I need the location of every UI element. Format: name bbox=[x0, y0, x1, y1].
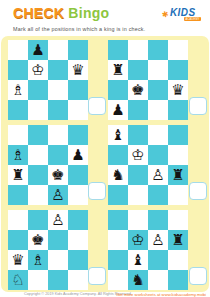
board-4-cell-r0c3 bbox=[168, 125, 188, 145]
board-1-cell-r1c1: ♔ bbox=[28, 60, 48, 80]
board-2-cell-r0c1 bbox=[128, 40, 148, 60]
board-5-cell-r1c1: ♚ bbox=[28, 230, 48, 250]
board-6-cell-r3c3 bbox=[168, 270, 188, 290]
board-6-cell-r1c2: ♙ bbox=[148, 230, 168, 250]
board-3-cell-r2c2: ♚ bbox=[48, 165, 68, 185]
board-1-cell-r3c1 bbox=[28, 100, 48, 120]
black-bishop-piece: ♝ bbox=[111, 125, 124, 145]
white-pawn-piece: ♙ bbox=[51, 185, 64, 205]
board-4-cell-r1c1: ♔ bbox=[128, 145, 148, 165]
board-1-cell-r2c3 bbox=[68, 80, 88, 100]
board-6-cell-r2c3 bbox=[168, 250, 188, 270]
board-4-cell-r2c0: ♞ bbox=[108, 165, 128, 185]
board-6-cell-r3c1: ♞ bbox=[128, 270, 148, 290]
black-queen-piece: ♛ bbox=[171, 80, 184, 100]
board-3-cell-r0c3 bbox=[68, 125, 88, 145]
white-pawn-piece: ♙ bbox=[151, 165, 164, 185]
white-pawn-piece: ♙ bbox=[151, 230, 164, 250]
black-pawn-piece: ♟ bbox=[31, 40, 44, 60]
board-6-cell-r0c2 bbox=[148, 210, 168, 230]
board-3-cell-r1c2 bbox=[48, 145, 68, 165]
answer-checkbox-board-6[interactable] bbox=[189, 267, 207, 285]
title-bingo: Bingo bbox=[68, 5, 109, 21]
black-king-piece: ♚ bbox=[131, 80, 144, 100]
board-3-cell-r1c0: ♗ bbox=[8, 145, 28, 165]
white-bishop-piece: ♗ bbox=[11, 145, 24, 165]
board-4-cell-r1c3 bbox=[168, 145, 188, 165]
black-rook-piece: ♜ bbox=[171, 230, 184, 250]
board-3-cell-r2c3 bbox=[68, 165, 88, 185]
answer-checkbox-board-3[interactable] bbox=[88, 182, 106, 200]
board-5-cell-r3c1 bbox=[28, 270, 48, 290]
board-5-cell-r2c0: ♛ bbox=[8, 250, 28, 270]
mini-board-5: ♙♚♛♗♘ bbox=[8, 210, 88, 290]
board-1-cell-r3c0 bbox=[8, 100, 28, 120]
board-4-cell-r3c1 bbox=[128, 185, 148, 205]
instructions-text: Mark all of the positions in which a kin… bbox=[13, 26, 145, 32]
black-queen-piece: ♛ bbox=[11, 250, 24, 270]
worksheet-page: CHECKBingo ✱ KIDS ACADEMY Mark all of th… bbox=[0, 0, 210, 297]
board-3-cell-r3c1 bbox=[28, 185, 48, 205]
star-icon: ✱ bbox=[161, 9, 169, 19]
board-6-cell-r0c3 bbox=[168, 210, 188, 230]
board-6-cell-r2c2 bbox=[148, 250, 168, 270]
mini-board-4: ♝♔♞♙♜ bbox=[108, 125, 188, 205]
board-5-cell-r3c2 bbox=[48, 270, 68, 290]
white-bishop-piece: ♗ bbox=[31, 250, 44, 270]
board-5-cell-r1c0 bbox=[8, 230, 28, 250]
board-6-cell-r2c0 bbox=[108, 250, 128, 270]
board-1-cell-r3c3 bbox=[68, 100, 88, 120]
board-3-cell-r0c1 bbox=[28, 125, 48, 145]
board-2-cell-r3c3 bbox=[168, 100, 188, 120]
board-5-cell-r2c3 bbox=[68, 250, 88, 270]
answer-checkbox-board-4[interactable] bbox=[189, 182, 207, 200]
title-check: CHECK bbox=[13, 5, 64, 21]
board-3-cell-r3c0 bbox=[8, 185, 28, 205]
black-queen-piece: ♛ bbox=[71, 60, 84, 80]
board-3-cell-r2c1 bbox=[28, 165, 48, 185]
answer-checkbox-board-2[interactable] bbox=[189, 97, 207, 115]
black-bishop-piece: ♝ bbox=[131, 250, 144, 270]
board-1-cell-r1c2 bbox=[48, 60, 68, 80]
board-4-cell-r2c2: ♙ bbox=[148, 165, 168, 185]
board-3-cell-r2c0: ♜ bbox=[8, 165, 28, 185]
black-king-piece: ♚ bbox=[51, 165, 64, 185]
board-1-cell-r1c0 bbox=[8, 60, 28, 80]
board-1-cell-r2c0: ♗ bbox=[8, 80, 28, 100]
black-king-piece: ♚ bbox=[31, 230, 44, 250]
board-5-cell-r3c3 bbox=[68, 270, 88, 290]
board-3-cell-r3c3 bbox=[68, 185, 88, 205]
answer-checkbox-board-5[interactable] bbox=[88, 267, 106, 285]
board-2-cell-r3c2 bbox=[148, 100, 168, 120]
white-knight-piece: ♘ bbox=[11, 270, 24, 290]
board-4-cell-r0c1 bbox=[128, 125, 148, 145]
board-1-cell-r1c3: ♛ bbox=[68, 60, 88, 80]
board-2-cell-r3c0: ♟ bbox=[108, 100, 128, 120]
board-5-cell-r1c2 bbox=[48, 230, 68, 250]
board-1-cell-r0c1: ♟ bbox=[28, 40, 48, 60]
board-2-cell-r2c2 bbox=[148, 80, 168, 100]
mini-board-1: ♟♔♛♗ bbox=[8, 40, 88, 120]
white-king-piece: ♔ bbox=[31, 60, 44, 80]
board-5-cell-r2c2 bbox=[48, 250, 68, 270]
board-2-cell-r1c3 bbox=[168, 60, 188, 80]
board-3-cell-r1c1 bbox=[28, 145, 48, 165]
board-5-cell-r0c0 bbox=[8, 210, 28, 230]
white-bishop-piece: ♗ bbox=[11, 80, 24, 100]
white-king-piece: ♔ bbox=[131, 230, 144, 250]
white-king-piece: ♔ bbox=[131, 145, 144, 165]
board-2-cell-r1c0: ♜ bbox=[108, 60, 128, 80]
page-title: CHECKBingo bbox=[13, 5, 109, 21]
board-5-cell-r3c0: ♘ bbox=[8, 270, 28, 290]
board-6-cell-r1c3: ♜ bbox=[168, 230, 188, 250]
board-6-cell-r0c0 bbox=[108, 210, 128, 230]
kids-academy-logo: ✱ KIDS ACADEMY bbox=[162, 7, 204, 27]
board-1-cell-r2c2 bbox=[48, 80, 68, 100]
board-4-cell-r1c0 bbox=[108, 145, 128, 165]
board-4-cell-r0c0: ♝ bbox=[108, 125, 128, 145]
board-3-cell-r3c2: ♙ bbox=[48, 185, 68, 205]
board-6-cell-r1c1: ♔ bbox=[128, 230, 148, 250]
board-2-cell-r0c2 bbox=[148, 40, 168, 60]
board-1-cell-r3c2 bbox=[48, 100, 68, 120]
board-3-cell-r0c2 bbox=[48, 125, 68, 145]
board-4-cell-r3c3 bbox=[168, 185, 188, 205]
board-4-cell-r2c1 bbox=[128, 165, 148, 185]
black-rook-piece: ♜ bbox=[11, 165, 24, 185]
board-3-cell-r1c3: ♟ bbox=[68, 145, 88, 165]
board-2-cell-r1c2 bbox=[148, 60, 168, 80]
answer-checkbox-board-1[interactable] bbox=[88, 97, 106, 115]
promo-link[interactable]: Get more worksheets at www.kidsacademy.m… bbox=[116, 292, 206, 297]
board-2-cell-r2c3: ♛ bbox=[168, 80, 188, 100]
white-pawn-piece: ♙ bbox=[51, 210, 64, 230]
board-6-cell-r2c1: ♝ bbox=[128, 250, 148, 270]
board-2-cell-r2c0 bbox=[108, 80, 128, 100]
board-2-cell-r0c0 bbox=[108, 40, 128, 60]
mini-board-2: ♜♚♛♟ bbox=[108, 40, 188, 120]
board-3-cell-r0c0 bbox=[8, 125, 28, 145]
black-knight-piece: ♞ bbox=[111, 165, 124, 185]
black-pawn-piece: ♟ bbox=[111, 100, 124, 120]
board-5-cell-r2c1: ♗ bbox=[28, 250, 48, 270]
logo-academy-badge: ACADEMY bbox=[184, 17, 201, 21]
black-rook-piece: ♜ bbox=[111, 60, 124, 80]
board-1-cell-r0c3 bbox=[68, 40, 88, 60]
board-6-cell-r3c2 bbox=[148, 270, 168, 290]
board-1-cell-r0c0 bbox=[8, 40, 28, 60]
black-rook-piece: ♜ bbox=[171, 165, 184, 185]
board-5-cell-r0c2: ♙ bbox=[48, 210, 68, 230]
board-1-cell-r0c2 bbox=[48, 40, 68, 60]
board-4-cell-r3c2 bbox=[148, 185, 168, 205]
mini-board-3: ♗♟♜♚♙ bbox=[8, 125, 88, 205]
board-2-cell-r2c1: ♚ bbox=[128, 80, 148, 100]
board-5-cell-r0c3 bbox=[68, 210, 88, 230]
board-6-cell-r1c0 bbox=[108, 230, 128, 250]
board-2-cell-r0c3 bbox=[168, 40, 188, 60]
board-4-cell-r2c3: ♜ bbox=[168, 165, 188, 185]
board-5-cell-r0c1 bbox=[28, 210, 48, 230]
board-4-cell-r0c2 bbox=[148, 125, 168, 145]
board-1-cell-r2c1 bbox=[28, 80, 48, 100]
mini-board-6: ♔♙♜♝♞ bbox=[108, 210, 188, 290]
board-6-cell-r3c0 bbox=[108, 270, 128, 290]
black-pawn-piece: ♟ bbox=[71, 145, 84, 165]
black-knight-piece: ♞ bbox=[131, 270, 144, 290]
board-2-cell-r3c1 bbox=[128, 100, 148, 120]
board-5-cell-r1c3 bbox=[68, 230, 88, 250]
board-6-cell-r0c1 bbox=[128, 210, 148, 230]
board-4-cell-r3c0 bbox=[108, 185, 128, 205]
board-4-cell-r1c2 bbox=[148, 145, 168, 165]
board-2-cell-r1c1 bbox=[128, 60, 148, 80]
